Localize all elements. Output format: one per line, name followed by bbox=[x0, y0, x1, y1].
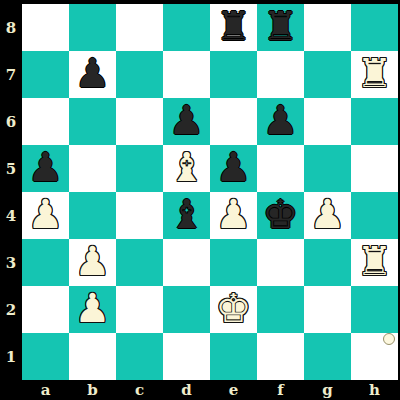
square-a1[interactable] bbox=[22, 333, 69, 380]
square-c7[interactable] bbox=[116, 51, 163, 98]
rank-label-1: 1 bbox=[0, 333, 22, 380]
square-b8[interactable] bbox=[69, 4, 116, 51]
square-g2[interactable] bbox=[304, 286, 351, 333]
rank-label-7: 7 bbox=[0, 51, 22, 98]
square-d6[interactable]: ♟ bbox=[163, 98, 210, 145]
piece-white-king[interactable]: ♚ bbox=[216, 285, 252, 332]
piece-black-pawn[interactable]: ♟ bbox=[216, 144, 252, 191]
square-g7[interactable] bbox=[304, 51, 351, 98]
piece-black-king[interactable]: ♚ bbox=[263, 191, 299, 238]
square-e5[interactable]: ♟ bbox=[210, 145, 257, 192]
file-label-e: e bbox=[210, 380, 257, 400]
file-label-f: f bbox=[257, 380, 304, 400]
square-h5[interactable] bbox=[351, 145, 398, 192]
rank-label-8: 8 bbox=[0, 4, 22, 51]
piece-white-rook[interactable]: ♜ bbox=[357, 50, 393, 97]
square-a3[interactable] bbox=[22, 239, 69, 286]
square-c4[interactable] bbox=[116, 192, 163, 239]
square-a6[interactable] bbox=[22, 98, 69, 145]
square-c2[interactable] bbox=[116, 286, 163, 333]
chess-board: ♜♜♟♜♟♟♟♝♟♟♝♟♚♟♟♜♟♚ bbox=[22, 4, 398, 380]
square-f8[interactable]: ♜ bbox=[257, 4, 304, 51]
square-a8[interactable] bbox=[22, 4, 69, 51]
piece-white-pawn[interactable]: ♟ bbox=[75, 285, 111, 332]
piece-black-pawn[interactable]: ♟ bbox=[75, 50, 111, 97]
square-e4[interactable]: ♟ bbox=[210, 192, 257, 239]
square-d7[interactable] bbox=[163, 51, 210, 98]
file-label-c: c bbox=[116, 380, 163, 400]
square-f1[interactable] bbox=[257, 333, 304, 380]
square-d5[interactable]: ♝ bbox=[163, 145, 210, 192]
square-a2[interactable] bbox=[22, 286, 69, 333]
square-g5[interactable] bbox=[304, 145, 351, 192]
square-e7[interactable] bbox=[210, 51, 257, 98]
file-label-b: b bbox=[69, 380, 116, 400]
square-b5[interactable] bbox=[69, 145, 116, 192]
square-h8[interactable] bbox=[351, 4, 398, 51]
square-f3[interactable] bbox=[257, 239, 304, 286]
square-e1[interactable] bbox=[210, 333, 257, 380]
square-c3[interactable] bbox=[116, 239, 163, 286]
piece-black-rook[interactable]: ♜ bbox=[216, 3, 252, 50]
file-label-g: g bbox=[304, 380, 351, 400]
square-h7[interactable]: ♜ bbox=[351, 51, 398, 98]
square-b3[interactable]: ♟ bbox=[69, 239, 116, 286]
piece-black-pawn[interactable]: ♟ bbox=[263, 97, 299, 144]
square-f4[interactable]: ♚ bbox=[257, 192, 304, 239]
file-label-h: h bbox=[351, 380, 398, 400]
white-to-move-indicator bbox=[383, 333, 395, 345]
square-e6[interactable] bbox=[210, 98, 257, 145]
file-label-d: d bbox=[163, 380, 210, 400]
square-f6[interactable]: ♟ bbox=[257, 98, 304, 145]
square-b4[interactable] bbox=[69, 192, 116, 239]
piece-black-pawn[interactable]: ♟ bbox=[169, 97, 205, 144]
square-g6[interactable] bbox=[304, 98, 351, 145]
piece-white-bishop[interactable]: ♝ bbox=[169, 144, 205, 191]
piece-white-pawn[interactable]: ♟ bbox=[75, 238, 111, 285]
piece-black-pawn[interactable]: ♟ bbox=[28, 144, 64, 191]
square-c6[interactable] bbox=[116, 98, 163, 145]
rank-label-5: 5 bbox=[0, 145, 22, 192]
piece-white-pawn[interactable]: ♟ bbox=[310, 191, 346, 238]
square-h2[interactable] bbox=[351, 286, 398, 333]
square-g4[interactable]: ♟ bbox=[304, 192, 351, 239]
square-b7[interactable]: ♟ bbox=[69, 51, 116, 98]
square-f5[interactable] bbox=[257, 145, 304, 192]
rank-label-3: 3 bbox=[0, 239, 22, 286]
square-b1[interactable] bbox=[69, 333, 116, 380]
square-d2[interactable] bbox=[163, 286, 210, 333]
rank-label-4: 4 bbox=[0, 192, 22, 239]
square-b6[interactable] bbox=[69, 98, 116, 145]
chess-board-frame: ♜♜♟♜♟♟♟♝♟♟♝♟♚♟♟♜♟♚ 87654321 abcdefgh bbox=[0, 0, 400, 400]
square-c1[interactable] bbox=[116, 333, 163, 380]
square-e8[interactable]: ♜ bbox=[210, 4, 257, 51]
square-f2[interactable] bbox=[257, 286, 304, 333]
piece-black-rook[interactable]: ♜ bbox=[263, 3, 299, 50]
square-h6[interactable] bbox=[351, 98, 398, 145]
square-a5[interactable]: ♟ bbox=[22, 145, 69, 192]
square-e2[interactable]: ♚ bbox=[210, 286, 257, 333]
square-h3[interactable]: ♜ bbox=[351, 239, 398, 286]
piece-white-rook[interactable]: ♜ bbox=[357, 238, 393, 285]
square-g3[interactable] bbox=[304, 239, 351, 286]
square-e3[interactable] bbox=[210, 239, 257, 286]
square-g8[interactable] bbox=[304, 4, 351, 51]
square-a7[interactable] bbox=[22, 51, 69, 98]
piece-white-pawn[interactable]: ♟ bbox=[28, 191, 64, 238]
piece-white-pawn[interactable]: ♟ bbox=[216, 191, 252, 238]
square-d3[interactable] bbox=[163, 239, 210, 286]
rank-label-2: 2 bbox=[0, 286, 22, 333]
piece-black-bishop[interactable]: ♝ bbox=[169, 191, 205, 238]
square-c5[interactable] bbox=[116, 145, 163, 192]
square-d8[interactable] bbox=[163, 4, 210, 51]
square-a4[interactable]: ♟ bbox=[22, 192, 69, 239]
square-g1[interactable] bbox=[304, 333, 351, 380]
square-d4[interactable]: ♝ bbox=[163, 192, 210, 239]
square-f7[interactable] bbox=[257, 51, 304, 98]
square-d1[interactable] bbox=[163, 333, 210, 380]
rank-label-6: 6 bbox=[0, 98, 22, 145]
square-c8[interactable] bbox=[116, 4, 163, 51]
square-b2[interactable]: ♟ bbox=[69, 286, 116, 333]
square-h4[interactable] bbox=[351, 192, 398, 239]
file-label-a: a bbox=[22, 380, 69, 400]
